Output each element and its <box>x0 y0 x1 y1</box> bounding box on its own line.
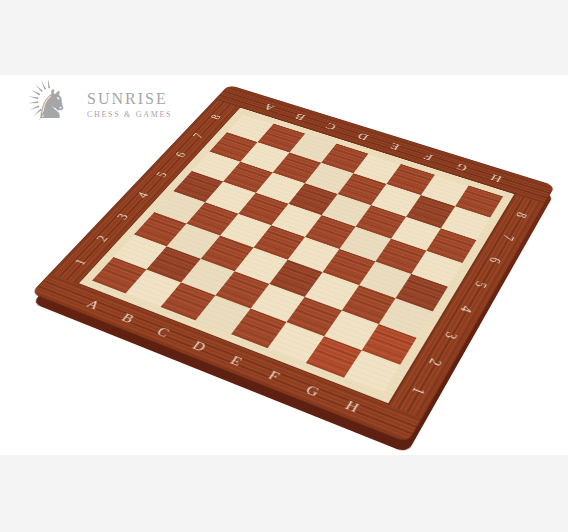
board-scene: AA11BB22CC33DD44EE55FF66GG77HH88 <box>110 42 500 432</box>
knight-logo-icon: ♞ <box>34 81 70 127</box>
logo-mark: ♞ <box>24 80 80 128</box>
chess-board: AA11BB22CC33DD44EE55FF66GG77HH88 <box>31 85 555 443</box>
page-background: ♞ SUNRISE CHESS & GAMES AA11BB22CC33DD44… <box>0 0 568 532</box>
